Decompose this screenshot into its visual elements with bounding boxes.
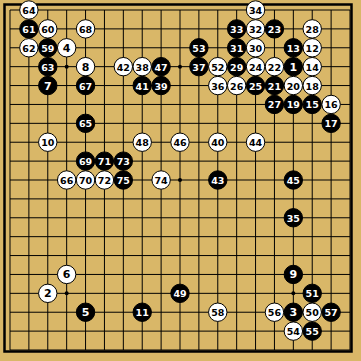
stone-74-J10[interactable]: 74 (152, 171, 170, 189)
stone-59-C17[interactable]: 59 (39, 39, 57, 57)
stone-5-E3[interactable]: 5 (76, 303, 94, 321)
move-number: 55 (306, 326, 319, 337)
move-number: 22 (268, 62, 281, 73)
move-number: 73 (117, 156, 130, 167)
stone-36-M15[interactable]: 36 (209, 76, 227, 94)
stone-61-B18[interactable]: 61 (20, 20, 38, 38)
stone-7-C15[interactable]: 7 (39, 76, 57, 94)
stone-39-J15[interactable]: 39 (152, 76, 170, 94)
stone-12-R17[interactable]: 12 (303, 39, 321, 57)
move-number: 34 (249, 5, 263, 16)
move-number: 44 (249, 137, 263, 148)
stone-18-R15[interactable]: 18 (303, 76, 321, 94)
move-number: 14 (306, 62, 320, 73)
move-number: 16 (324, 99, 338, 110)
stone-10-C12[interactable]: 10 (39, 133, 57, 151)
star-point (178, 178, 182, 182)
stone-56-P3[interactable]: 56 (265, 303, 283, 321)
stone-53-L17[interactable]: 53 (190, 39, 208, 57)
stone-24-O16[interactable]: 24 (246, 57, 264, 75)
stone-31-N17[interactable]: 31 (227, 39, 245, 57)
move-number: 19 (287, 99, 300, 110)
move-number: 75 (117, 175, 130, 186)
move-number: 51 (306, 288, 319, 299)
move-number: 54 (287, 326, 301, 337)
stone-30-O17[interactable]: 30 (246, 39, 264, 57)
move-number: 5 (82, 306, 90, 319)
move-number: 21 (268, 81, 281, 92)
stone-35-Q8[interactable]: 35 (284, 209, 302, 227)
stone-16-S14[interactable]: 16 (322, 95, 340, 113)
stone-73-G11[interactable]: 73 (114, 152, 132, 170)
move-number: 56 (268, 307, 282, 318)
move-number: 39 (154, 81, 167, 92)
stone-4-D17[interactable]: 4 (57, 39, 75, 57)
stone-33-N18[interactable]: 33 (227, 20, 245, 38)
move-number: 11 (136, 307, 149, 318)
stone-45-Q10[interactable]: 45 (284, 171, 302, 189)
move-number: 36 (211, 81, 225, 92)
stone-64-B19[interactable]: 64 (20, 1, 38, 19)
stone-60-C18[interactable]: 60 (39, 20, 57, 38)
move-number: 61 (22, 24, 35, 35)
move-number: 23 (268, 24, 281, 35)
stone-17-S13[interactable]: 17 (322, 114, 340, 132)
move-number: 18 (306, 81, 320, 92)
stone-6-D5[interactable]: 6 (57, 265, 75, 283)
move-number: 9 (290, 268, 298, 281)
move-number: 66 (60, 175, 74, 186)
stone-43-M10[interactable]: 43 (209, 171, 227, 189)
stone-65-E13[interactable]: 65 (76, 114, 94, 132)
stone-14-R16[interactable]: 14 (303, 57, 321, 75)
move-number: 50 (306, 307, 320, 318)
move-number: 69 (79, 156, 92, 167)
move-number: 15 (306, 99, 319, 110)
move-number: 63 (41, 62, 54, 73)
move-number: 24 (249, 62, 263, 73)
move-number: 47 (154, 62, 167, 73)
stone-72-F10[interactable]: 72 (95, 171, 113, 189)
star-point (65, 291, 69, 295)
move-number: 1 (290, 61, 298, 74)
move-number: 58 (211, 307, 225, 318)
stone-26-N15[interactable]: 26 (227, 76, 245, 94)
stone-8-E16[interactable]: 8 (76, 57, 94, 75)
stone-13-Q17[interactable]: 13 (284, 39, 302, 57)
stone-11-H3[interactable]: 11 (133, 303, 151, 321)
stone-21-P15[interactable]: 21 (265, 76, 283, 94)
stone-75-G10[interactable]: 75 (114, 171, 132, 189)
move-number: 43 (211, 175, 224, 186)
stone-19-Q14[interactable]: 19 (284, 95, 302, 113)
stone-70-E10[interactable]: 70 (76, 171, 94, 189)
stone-63-C16[interactable]: 63 (39, 57, 57, 75)
move-number: 64 (22, 5, 36, 16)
stone-28-R18[interactable]: 28 (303, 20, 321, 38)
star-point (291, 291, 295, 295)
move-number: 49 (173, 288, 186, 299)
stone-62-B17[interactable]: 62 (20, 39, 38, 57)
move-number: 52 (211, 62, 224, 73)
move-number: 4 (63, 42, 71, 55)
move-number: 38 (136, 62, 150, 73)
move-number: 65 (79, 118, 92, 129)
move-number: 31 (230, 43, 243, 54)
go-board-svg[interactable]: 1234567891011121314151617181920212223242… (0, 0, 361, 361)
stone-3-Q3[interactable]: 3 (284, 303, 302, 321)
move-number: 48 (136, 137, 150, 148)
move-number: 29 (230, 62, 243, 73)
stone-15-R14[interactable]: 15 (303, 95, 321, 113)
stone-49-K4[interactable]: 49 (171, 284, 189, 302)
move-number: 71 (98, 156, 111, 167)
move-number: 35 (287, 213, 300, 224)
move-number: 13 (287, 43, 300, 54)
go-board[interactable]: 1234567891011121314151617181920212223242… (0, 0, 361, 361)
move-number: 68 (79, 24, 93, 35)
move-number: 42 (117, 62, 130, 73)
move-number: 17 (324, 118, 337, 129)
move-number: 72 (98, 175, 111, 186)
move-number: 46 (173, 137, 187, 148)
move-number: 33 (230, 24, 243, 35)
move-number: 26 (230, 81, 244, 92)
stone-71-F11[interactable]: 71 (95, 152, 113, 170)
move-number: 70 (79, 175, 93, 186)
stone-55-R2[interactable]: 55 (303, 322, 321, 340)
star-point (178, 65, 182, 69)
stone-38-H16[interactable]: 38 (133, 57, 151, 75)
stone-46-K12[interactable]: 46 (171, 133, 189, 151)
move-number: 45 (287, 175, 300, 186)
move-number: 2 (44, 287, 52, 300)
stone-68-E18[interactable]: 68 (76, 20, 94, 38)
stone-41-H15[interactable]: 41 (133, 76, 151, 94)
stone-52-M16[interactable]: 52 (209, 57, 227, 75)
move-number: 60 (41, 24, 55, 35)
stone-57-S3[interactable]: 57 (322, 303, 340, 321)
stone-9-Q5[interactable]: 9 (284, 265, 302, 283)
stone-27-P14[interactable]: 27 (265, 95, 283, 113)
stone-42-G16[interactable]: 42 (114, 57, 132, 75)
move-number: 10 (41, 137, 55, 148)
stone-51-R4[interactable]: 51 (303, 284, 321, 302)
stone-29-N16[interactable]: 29 (227, 57, 245, 75)
move-number: 20 (287, 81, 301, 92)
move-number: 37 (192, 62, 205, 73)
move-number: 28 (306, 24, 320, 35)
stone-1-Q16[interactable]: 1 (284, 57, 302, 75)
move-number: 32 (249, 24, 262, 35)
stone-44-O12[interactable]: 44 (246, 133, 264, 151)
move-number: 40 (211, 137, 225, 148)
stone-25-O15[interactable]: 25 (246, 76, 264, 94)
move-number: 57 (324, 307, 337, 318)
stone-67-E15[interactable]: 67 (76, 76, 94, 94)
move-number: 12 (306, 43, 319, 54)
stone-50-R3[interactable]: 50 (303, 303, 321, 321)
stone-58-M3[interactable]: 58 (209, 303, 227, 321)
move-number: 30 (249, 43, 263, 54)
stone-32-O18[interactable]: 32 (246, 20, 264, 38)
stone-34-O19[interactable]: 34 (246, 1, 264, 19)
move-number: 6 (63, 268, 71, 281)
move-number: 3 (290, 306, 298, 319)
move-number: 25 (249, 81, 262, 92)
move-number: 27 (268, 99, 281, 110)
stone-2-C4[interactable]: 2 (39, 284, 57, 302)
stone-23-P18[interactable]: 23 (265, 20, 283, 38)
move-number: 62 (22, 43, 35, 54)
stone-47-J16[interactable]: 47 (152, 57, 170, 75)
move-number: 8 (82, 61, 90, 74)
move-number: 41 (136, 81, 149, 92)
stone-48-H12[interactable]: 48 (133, 133, 151, 151)
move-number: 67 (79, 81, 92, 92)
move-number: 53 (192, 43, 205, 54)
move-number: 7 (44, 80, 52, 93)
stone-37-L16[interactable]: 37 (190, 57, 208, 75)
move-number: 74 (154, 175, 168, 186)
move-number: 59 (41, 43, 54, 54)
stone-54-Q2[interactable]: 54 (284, 322, 302, 340)
stone-22-P16[interactable]: 22 (265, 57, 283, 75)
stone-40-M12[interactable]: 40 (209, 133, 227, 151)
stone-69-E11[interactable]: 69 (76, 152, 94, 170)
stone-66-D10[interactable]: 66 (57, 171, 75, 189)
stone-20-Q15[interactable]: 20 (284, 76, 302, 94)
star-point (65, 65, 69, 69)
